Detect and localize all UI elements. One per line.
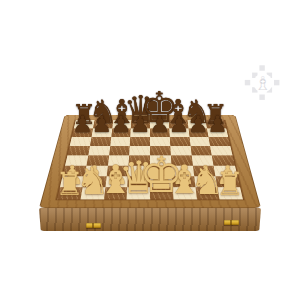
square-f4: [171, 155, 193, 165]
square-g5: [190, 146, 212, 156]
square-b3: [84, 165, 107, 176]
square-f7: [169, 128, 189, 137]
board-frame: [39, 115, 261, 208]
square-h1: [218, 187, 243, 199]
square-d1: [127, 187, 150, 199]
square-b5: [88, 146, 110, 156]
square-f3: [171, 165, 193, 176]
square-g6: [189, 137, 210, 146]
square-f8: [169, 120, 189, 128]
square-e8: [150, 120, 169, 128]
square-c2: [105, 176, 128, 187]
square-f2: [172, 176, 195, 187]
square-d8: [131, 120, 150, 128]
square-g4: [191, 155, 213, 165]
square-a4: [65, 155, 88, 165]
square-g2: [194, 176, 218, 187]
square-h2: [216, 176, 241, 187]
square-g7: [188, 128, 209, 137]
board-grid: [57, 120, 243, 199]
square-b1: [80, 187, 105, 199]
square-c4: [108, 155, 130, 165]
square-e1: [150, 187, 173, 199]
square-a3: [63, 165, 87, 176]
square-h3: [214, 165, 238, 176]
square-c5: [109, 146, 130, 156]
square-c3: [106, 165, 128, 176]
square-g8: [187, 120, 207, 128]
square-e6: [150, 137, 170, 146]
brass-latch-left-icon: [86, 223, 101, 228]
square-d4: [129, 155, 150, 165]
square-a1: [57, 187, 82, 199]
square-h7: [207, 128, 228, 137]
board-front-face: [39, 208, 261, 231]
square-e3: [150, 165, 172, 176]
square-b4: [86, 155, 108, 165]
brass-latch-right-icon: [224, 220, 239, 225]
square-b2: [82, 176, 106, 187]
square-c1: [104, 187, 128, 199]
square-h5: [210, 146, 232, 156]
square-g1: [195, 187, 220, 199]
chessboard: [39, 0, 261, 208]
square-h4: [212, 155, 235, 165]
square-a6: [70, 137, 92, 146]
square-b7: [91, 128, 112, 137]
square-d2: [127, 176, 150, 187]
square-b6: [90, 137, 111, 146]
square-h6: [209, 137, 231, 146]
product-photo-canvas: ♗ ♜♞♝♛♚♝♞♜♟♟♟♟♟♟♟♟♟♟♟♟♟♟♟♟♜♞♝♛♚♝♞♜: [0, 0, 300, 300]
square-d3: [128, 165, 150, 176]
square-d7: [130, 128, 150, 137]
square-a7: [72, 128, 93, 137]
square-c8: [112, 120, 132, 128]
square-f1: [173, 187, 197, 199]
square-e5: [150, 146, 171, 156]
square-e7: [150, 128, 170, 137]
square-f6: [170, 137, 191, 146]
square-d5: [129, 146, 150, 156]
square-f5: [170, 146, 191, 156]
square-h8: [206, 120, 226, 128]
square-a5: [67, 146, 89, 156]
square-e2: [150, 176, 173, 187]
square-a8: [74, 120, 94, 128]
square-c7: [111, 128, 131, 137]
square-c6: [110, 137, 131, 146]
square-e4: [150, 155, 171, 165]
square-g3: [192, 165, 215, 176]
square-d6: [130, 137, 150, 146]
square-b8: [93, 120, 113, 128]
square-a2: [60, 176, 85, 187]
